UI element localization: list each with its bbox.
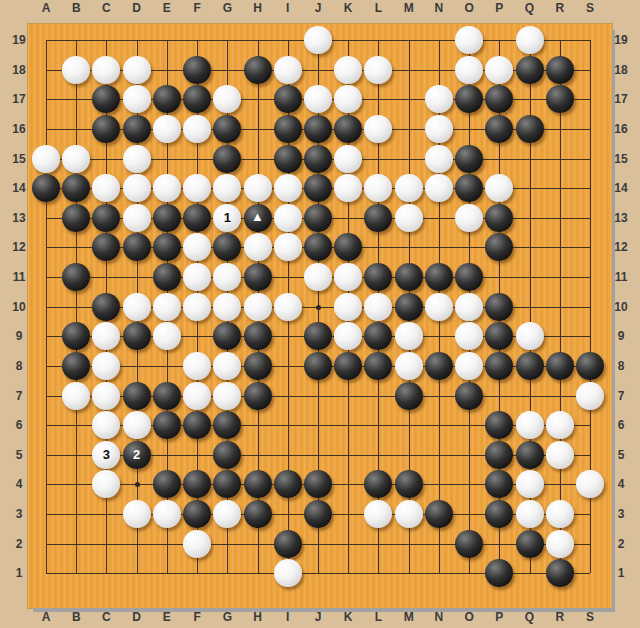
- row-label-left-14: 14: [12, 181, 25, 195]
- row-label-right-7: 7: [618, 389, 625, 403]
- black-stone-Q18: [516, 56, 544, 84]
- black-stone-O17: [455, 85, 483, 113]
- column-label-bottom-N: N: [435, 610, 444, 624]
- star-point: [316, 305, 321, 310]
- row-label-right-15: 15: [614, 152, 627, 166]
- black-stone-B8: [62, 352, 90, 380]
- black-stone-G6: [213, 411, 241, 439]
- white-stone-S4: [576, 470, 604, 498]
- white-stone-L14: [364, 174, 392, 202]
- black-stone-R18: [546, 56, 574, 84]
- black-stone-J9: [304, 322, 332, 350]
- white-stone-G14: [213, 174, 241, 202]
- black-stone-G4: [213, 470, 241, 498]
- white-stone-F12: [183, 233, 211, 261]
- column-label-top-G: G: [223, 1, 232, 15]
- column-label-bottom-L: L: [375, 610, 382, 624]
- column-label-top-R: R: [555, 1, 564, 15]
- white-stone-E9: [153, 322, 181, 350]
- column-label-top-F: F: [193, 1, 200, 15]
- column-label-bottom-G: G: [223, 610, 232, 624]
- row-label-left-15: 15: [12, 152, 25, 166]
- row-label-left-12: 12: [12, 240, 25, 254]
- white-stone-K9: [334, 322, 362, 350]
- column-label-bottom-C: C: [102, 610, 111, 624]
- column-label-top-P: P: [495, 1, 503, 15]
- column-label-bottom-R: R: [555, 610, 564, 624]
- white-stone-M9: [395, 322, 423, 350]
- black-stone-P5: [485, 441, 513, 469]
- white-stone-O13: [455, 204, 483, 232]
- white-stone-F2: [183, 530, 211, 558]
- white-stone-I13: [274, 204, 302, 232]
- black-stone-I4: [274, 470, 302, 498]
- star-point: [135, 482, 140, 487]
- black-stone-N3: [425, 500, 453, 528]
- black-stone-J4: [304, 470, 332, 498]
- row-label-left-3: 3: [16, 507, 23, 521]
- white-stone-H14: [244, 174, 272, 202]
- column-label-top-K: K: [344, 1, 353, 15]
- white-stone-Q3: [516, 500, 544, 528]
- black-stone-P17: [485, 85, 513, 113]
- white-stone-L3: [364, 500, 392, 528]
- white-stone-D13: [123, 204, 151, 232]
- row-label-left-5: 5: [16, 448, 23, 462]
- row-label-right-5: 5: [618, 448, 625, 462]
- column-label-bottom-E: E: [163, 610, 171, 624]
- column-label-bottom-P: P: [495, 610, 503, 624]
- black-stone-B11: [62, 263, 90, 291]
- white-stone-M3: [395, 500, 423, 528]
- white-stone-Q19: [516, 26, 544, 54]
- black-stone-G12: [213, 233, 241, 261]
- column-label-top-N: N: [435, 1, 444, 15]
- column-label-bottom-B: B: [72, 610, 81, 624]
- row-label-right-18: 18: [614, 63, 627, 77]
- black-stone-C13: [92, 204, 120, 232]
- white-stone-I10: [274, 293, 302, 321]
- white-stone-D18: [123, 56, 151, 84]
- white-stone-G3: [213, 500, 241, 528]
- white-stone-K14: [334, 174, 362, 202]
- white-stone-F16: [183, 115, 211, 143]
- black-stone-H8: [244, 352, 272, 380]
- black-stone-Q16: [516, 115, 544, 143]
- white-stone-O8: [455, 352, 483, 380]
- move-number-2: 2: [133, 448, 140, 461]
- white-stone-P14: [485, 174, 513, 202]
- black-stone-H4: [244, 470, 272, 498]
- white-stone-C7: [92, 382, 120, 410]
- white-stone-I14: [274, 174, 302, 202]
- black-stone-P10: [485, 293, 513, 321]
- white-stone-O9: [455, 322, 483, 350]
- black-stone-F17: [183, 85, 211, 113]
- white-stone-O18: [455, 56, 483, 84]
- column-label-bottom-S: S: [586, 610, 594, 624]
- black-stone-P3: [485, 500, 513, 528]
- black-stone-O7: [455, 382, 483, 410]
- go-board-diagram: 1▲32 AABBCCDDEEFFGGHHIIJJKKLLMMNNOOPPQQR…: [0, 0, 640, 628]
- row-label-right-12: 12: [614, 240, 627, 254]
- black-stone-F18: [183, 56, 211, 84]
- black-stone-D9: [123, 322, 151, 350]
- black-stone-P16: [485, 115, 513, 143]
- black-stone-P9: [485, 322, 513, 350]
- row-label-left-17: 17: [12, 92, 25, 106]
- black-stone-K12: [334, 233, 362, 261]
- black-stone-J12: [304, 233, 332, 261]
- white-stone-D15: [123, 145, 151, 173]
- black-stone-I2: [274, 530, 302, 558]
- column-label-top-A: A: [42, 1, 51, 15]
- black-stone-P12: [485, 233, 513, 261]
- row-label-right-2: 2: [618, 537, 625, 551]
- black-stone-B9: [62, 322, 90, 350]
- black-stone-E12: [153, 233, 181, 261]
- white-stone-N17: [425, 85, 453, 113]
- black-stone-L13: [364, 204, 392, 232]
- white-stone-D3: [123, 500, 151, 528]
- column-label-top-C: C: [102, 1, 111, 15]
- black-stone-G9: [213, 322, 241, 350]
- black-stone-K16: [334, 115, 362, 143]
- column-label-bottom-I: I: [286, 610, 289, 624]
- black-stone-H3: [244, 500, 272, 528]
- black-stone-S8: [576, 352, 604, 380]
- white-stone-D14: [123, 174, 151, 202]
- black-stone-C16: [92, 115, 120, 143]
- black-stone-G15: [213, 145, 241, 173]
- column-label-top-B: B: [72, 1, 81, 15]
- row-label-right-19: 19: [614, 33, 627, 47]
- white-stone-A15: [32, 145, 60, 173]
- column-label-bottom-O: O: [464, 610, 473, 624]
- black-stone-H11: [244, 263, 272, 291]
- row-label-right-17: 17: [614, 92, 627, 106]
- white-stone-I1: [274, 559, 302, 587]
- row-label-right-14: 14: [614, 181, 627, 195]
- white-stone-H10: [244, 293, 272, 321]
- white-stone-R3: [546, 500, 574, 528]
- white-stone-D6: [123, 411, 151, 439]
- black-stone-E17: [153, 85, 181, 113]
- column-label-top-L: L: [375, 1, 382, 15]
- white-stone-F11: [183, 263, 211, 291]
- white-stone-N10: [425, 293, 453, 321]
- white-stone-O19: [455, 26, 483, 54]
- black-stone-O15: [455, 145, 483, 173]
- black-stone-L9: [364, 322, 392, 350]
- black-stone-C12: [92, 233, 120, 261]
- row-label-right-9: 9: [618, 329, 625, 343]
- white-stone-B15: [62, 145, 90, 173]
- row-label-left-2: 2: [16, 537, 23, 551]
- white-stone-K10: [334, 293, 362, 321]
- white-stone-F10: [183, 293, 211, 321]
- row-label-left-8: 8: [16, 359, 23, 373]
- white-stone-J17: [304, 85, 332, 113]
- white-stone-R6: [546, 411, 574, 439]
- move-number-3: 3: [103, 448, 110, 461]
- white-stone-N15: [425, 145, 453, 173]
- black-stone-Q8: [516, 352, 544, 380]
- white-stone-F8: [183, 352, 211, 380]
- black-stone-D7: [123, 382, 151, 410]
- black-stone-J3: [304, 500, 332, 528]
- row-label-left-6: 6: [16, 418, 23, 432]
- black-stone-E6: [153, 411, 181, 439]
- black-stone-P6: [485, 411, 513, 439]
- black-stone-D12: [123, 233, 151, 261]
- white-stone-C5: 3: [92, 441, 120, 469]
- black-stone-R17: [546, 85, 574, 113]
- row-label-left-7: 7: [16, 389, 23, 403]
- black-stone-I15: [274, 145, 302, 173]
- black-stone-H7: [244, 382, 272, 410]
- row-label-right-4: 4: [618, 477, 625, 491]
- black-stone-M7: [395, 382, 423, 410]
- white-stone-G7: [213, 382, 241, 410]
- black-stone-H13: ▲: [244, 204, 272, 232]
- row-label-left-10: 10: [12, 300, 25, 314]
- black-stone-I17: [274, 85, 302, 113]
- column-label-top-J: J: [315, 1, 322, 15]
- white-stone-M14: [395, 174, 423, 202]
- black-stone-G5: [213, 441, 241, 469]
- white-stone-Q4: [516, 470, 544, 498]
- black-stone-M10: [395, 293, 423, 321]
- black-stone-P8: [485, 352, 513, 380]
- black-stone-H9: [244, 322, 272, 350]
- white-stone-G17: [213, 85, 241, 113]
- white-stone-G13: 1: [213, 204, 241, 232]
- black-stone-F6: [183, 411, 211, 439]
- white-stone-L18: [364, 56, 392, 84]
- white-stone-K17: [334, 85, 362, 113]
- white-stone-N16: [425, 115, 453, 143]
- white-stone-C8: [92, 352, 120, 380]
- white-stone-E10: [153, 293, 181, 321]
- white-stone-C14: [92, 174, 120, 202]
- black-stone-N11: [425, 263, 453, 291]
- white-stone-D17: [123, 85, 151, 113]
- black-stone-J8: [304, 352, 332, 380]
- row-label-left-1: 1: [16, 566, 23, 580]
- row-label-left-18: 18: [12, 63, 25, 77]
- black-stone-D16: [123, 115, 151, 143]
- column-label-top-E: E: [163, 1, 171, 15]
- black-stone-F13: [183, 204, 211, 232]
- white-stone-K15: [334, 145, 362, 173]
- grid-line-horizontal: [46, 544, 590, 545]
- black-stone-L8: [364, 352, 392, 380]
- black-stone-O14: [455, 174, 483, 202]
- white-stone-S7: [576, 382, 604, 410]
- black-stone-H18: [244, 56, 272, 84]
- white-stone-Q6: [516, 411, 544, 439]
- black-stone-E7: [153, 382, 181, 410]
- white-stone-I18: [274, 56, 302, 84]
- row-label-left-19: 19: [12, 33, 25, 47]
- goban[interactable]: 1▲32: [28, 24, 612, 608]
- white-stone-C6: [92, 411, 120, 439]
- white-stone-N14: [425, 174, 453, 202]
- row-label-right-8: 8: [618, 359, 625, 373]
- white-stone-J11: [304, 263, 332, 291]
- white-stone-L16: [364, 115, 392, 143]
- white-stone-E3: [153, 500, 181, 528]
- column-label-bottom-A: A: [42, 610, 51, 624]
- column-label-bottom-F: F: [193, 610, 200, 624]
- black-stone-B14: [62, 174, 90, 202]
- white-stone-E14: [153, 174, 181, 202]
- black-stone-N8: [425, 352, 453, 380]
- black-stone-O11: [455, 263, 483, 291]
- column-label-top-O: O: [464, 1, 473, 15]
- black-stone-P13: [485, 204, 513, 232]
- row-label-right-13: 13: [614, 211, 627, 225]
- white-stone-R5: [546, 441, 574, 469]
- white-stone-C9: [92, 322, 120, 350]
- white-stone-E16: [153, 115, 181, 143]
- black-stone-B13: [62, 204, 90, 232]
- triangle-marker: ▲: [251, 210, 264, 223]
- row-label-left-16: 16: [12, 122, 25, 136]
- column-label-bottom-K: K: [344, 610, 353, 624]
- black-stone-A14: [32, 174, 60, 202]
- column-label-bottom-M: M: [404, 610, 414, 624]
- black-stone-R1: [546, 559, 574, 587]
- column-label-top-S: S: [586, 1, 594, 15]
- black-stone-M11: [395, 263, 423, 291]
- white-stone-K11: [334, 263, 362, 291]
- black-stone-E11: [153, 263, 181, 291]
- black-stone-G16: [213, 115, 241, 143]
- black-stone-L11: [364, 263, 392, 291]
- row-label-right-11: 11: [615, 270, 628, 284]
- black-stone-D5: 2: [123, 441, 151, 469]
- white-stone-P18: [485, 56, 513, 84]
- black-stone-I16: [274, 115, 302, 143]
- white-stone-C18: [92, 56, 120, 84]
- black-stone-K8: [334, 352, 362, 380]
- white-stone-R2: [546, 530, 574, 558]
- column-label-bottom-J: J: [315, 610, 322, 624]
- column-label-bottom-Q: Q: [525, 610, 534, 624]
- white-stone-O10: [455, 293, 483, 321]
- black-stone-J15: [304, 145, 332, 173]
- row-label-right-16: 16: [614, 122, 627, 136]
- white-stone-M8: [395, 352, 423, 380]
- white-stone-B18: [62, 56, 90, 84]
- black-stone-J13: [304, 204, 332, 232]
- white-stone-C4: [92, 470, 120, 498]
- black-stone-Q5: [516, 441, 544, 469]
- row-label-right-6: 6: [618, 418, 625, 432]
- white-stone-J19: [304, 26, 332, 54]
- row-label-left-4: 4: [16, 477, 23, 491]
- black-stone-E4: [153, 470, 181, 498]
- column-label-top-M: M: [404, 1, 414, 15]
- move-number-1: 1: [224, 211, 231, 224]
- black-stone-R8: [546, 352, 574, 380]
- black-stone-P1: [485, 559, 513, 587]
- column-label-top-I: I: [286, 1, 289, 15]
- column-label-top-Q: Q: [525, 1, 534, 15]
- white-stone-G11: [213, 263, 241, 291]
- black-stone-C10: [92, 293, 120, 321]
- row-label-right-3: 3: [618, 507, 625, 521]
- white-stone-M13: [395, 204, 423, 232]
- column-label-bottom-D: D: [132, 610, 141, 624]
- column-label-top-H: H: [253, 1, 262, 15]
- black-stone-J14: [304, 174, 332, 202]
- row-label-left-13: 13: [12, 211, 25, 225]
- white-stone-F7: [183, 382, 211, 410]
- white-stone-F14: [183, 174, 211, 202]
- black-stone-F4: [183, 470, 211, 498]
- black-stone-E13: [153, 204, 181, 232]
- black-stone-M4: [395, 470, 423, 498]
- column-label-bottom-H: H: [253, 610, 262, 624]
- black-stone-L4: [364, 470, 392, 498]
- white-stone-Q9: [516, 322, 544, 350]
- row-label-left-9: 9: [16, 329, 23, 343]
- white-stone-D10: [123, 293, 151, 321]
- white-stone-K18: [334, 56, 362, 84]
- black-stone-J16: [304, 115, 332, 143]
- white-stone-G10: [213, 293, 241, 321]
- black-stone-P4: [485, 470, 513, 498]
- black-stone-F3: [183, 500, 211, 528]
- column-label-top-D: D: [132, 1, 141, 15]
- white-stone-H12: [244, 233, 272, 261]
- black-stone-C17: [92, 85, 120, 113]
- black-stone-Q2: [516, 530, 544, 558]
- white-stone-B7: [62, 382, 90, 410]
- black-stone-O2: [455, 530, 483, 558]
- row-label-left-11: 11: [13, 270, 26, 284]
- white-stone-G8: [213, 352, 241, 380]
- white-stone-L10: [364, 293, 392, 321]
- white-stone-I12: [274, 233, 302, 261]
- row-label-right-1: 1: [618, 566, 625, 580]
- row-label-right-10: 10: [614, 300, 627, 314]
